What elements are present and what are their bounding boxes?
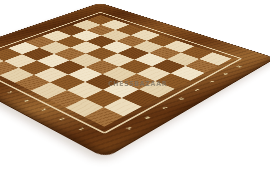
photo-canvas: 87654321 HGFEDCBA CHESSBAZAAR	[0, 0, 270, 180]
file-label: E	[194, 89, 200, 92]
watermark-text: CHESSBAZAAR	[108, 81, 167, 87]
board-scene: 87654321 HGFEDCBA	[0, 0, 270, 180]
file-label: A	[125, 127, 132, 131]
file-label: B	[144, 116, 151, 119]
file-label: H	[236, 65, 242, 68]
rank-label: 1	[77, 127, 84, 131]
file-label: D	[178, 97, 185, 100]
file-label: C	[161, 107, 168, 110]
rank-label: 3	[39, 108, 46, 111]
file-label: F	[209, 81, 215, 84]
rank-label: 2	[57, 117, 64, 120]
file-label: G	[223, 73, 229, 76]
rank-label: 5	[5, 91, 11, 94]
playing-field	[0, 15, 231, 127]
rank-label: 4	[22, 99, 28, 102]
